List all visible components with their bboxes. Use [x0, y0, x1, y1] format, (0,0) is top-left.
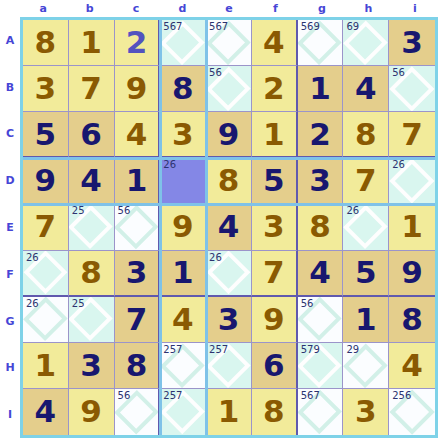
cell-E-a[interactable]: 7: [23, 204, 69, 250]
digit: 6: [69, 112, 114, 156]
digit: 7: [389, 112, 435, 156]
digit: 2: [252, 66, 296, 111]
cell-C-f[interactable]: 1: [252, 112, 298, 158]
cell-D-i[interactable]: 26: [389, 158, 435, 204]
cell-F-d[interactable]: 1: [160, 251, 206, 297]
cell-D-f[interactable]: 5: [252, 158, 298, 204]
cell-E-h[interactable]: 26: [343, 204, 389, 250]
cell-G-a[interactable]: 26: [23, 297, 69, 343]
digit: 4: [115, 112, 159, 156]
pencil-marks: 26: [346, 205, 359, 216]
digit: 4: [252, 20, 296, 65]
cell-G-g[interactable]: 56: [298, 297, 344, 343]
cell-E-e[interactable]: 4: [206, 204, 252, 250]
digit: 4: [160, 297, 205, 342]
digit: 3: [23, 66, 68, 111]
pencil-marks: 26: [392, 159, 405, 170]
digit: 2: [298, 112, 343, 156]
cell-H-d[interactable]: 257: [160, 343, 206, 389]
cell-H-c[interactable]: 8: [115, 343, 161, 389]
pencil-marks: 25: [72, 205, 85, 216]
pencil-marks: 56: [118, 390, 131, 401]
digit: 8: [206, 158, 251, 203]
digit: 9: [206, 112, 251, 156]
pencil-marks: 56: [118, 205, 131, 216]
digit: 5: [252, 158, 296, 203]
cell-B-a[interactable]: 3: [23, 66, 69, 112]
cell-F-i[interactable]: 9: [389, 251, 435, 297]
cell-D-g[interactable]: 3: [298, 158, 344, 204]
digit: 9: [69, 389, 114, 435]
cell-F-c[interactable]: 3: [115, 251, 161, 297]
digit: 8: [160, 66, 205, 111]
cell-E-f[interactable]: 3: [252, 204, 298, 250]
pencil-marks: 257: [209, 344, 228, 355]
digit: 5: [343, 251, 388, 295]
cell-B-h[interactable]: 4: [343, 66, 389, 112]
digit: 4: [389, 343, 435, 388]
cell-B-g[interactable]: 1: [298, 66, 344, 112]
row-label-C: C: [0, 111, 20, 158]
cell-D-d[interactable]: 26: [160, 158, 206, 204]
pencil-marks: 26: [26, 252, 39, 263]
row-label-E: E: [0, 204, 20, 251]
digit: 1: [69, 20, 114, 65]
cell-B-e[interactable]: 56: [206, 66, 252, 112]
cell-C-c[interactable]: 4: [115, 112, 161, 158]
cell-G-c[interactable]: 7: [115, 297, 161, 343]
cell-G-i[interactable]: 8: [389, 297, 435, 343]
cell-G-b[interactable]: 25: [69, 297, 115, 343]
cell-C-b[interactable]: 6: [69, 112, 115, 158]
sudoku-board: 8125675674569693379856214565643912879412…: [20, 17, 438, 438]
cell-C-i[interactable]: 7: [389, 112, 435, 158]
cell-A-a[interactable]: 8: [23, 20, 69, 66]
row-label-F: F: [0, 251, 20, 298]
digit: 1: [298, 66, 343, 111]
cell-F-e[interactable]: 26: [206, 251, 252, 297]
column-label-f: f: [252, 0, 298, 17]
digit: 5: [23, 112, 68, 156]
digit: 4: [69, 158, 114, 203]
cell-H-h[interactable]: 29: [343, 343, 389, 389]
column-label-d: d: [159, 0, 205, 17]
digit: 9: [160, 204, 205, 249]
cell-C-d[interactable]: 3: [160, 112, 206, 158]
digit: 7: [252, 251, 296, 295]
cell-C-g[interactable]: 2: [298, 112, 344, 158]
column-label-g: g: [299, 0, 345, 17]
digit: 3: [206, 297, 251, 342]
pencil-marks: 26: [209, 252, 222, 263]
pencil-marks: 569: [301, 21, 320, 32]
cell-B-f[interactable]: 2: [252, 66, 298, 112]
pencil-marks: 56: [301, 298, 314, 309]
cell-G-f[interactable]: 9: [252, 297, 298, 343]
cell-E-b[interactable]: 25: [69, 204, 115, 250]
cell-B-c[interactable]: 9: [115, 66, 161, 112]
pencil-marks: 26: [163, 159, 176, 170]
cell-I-i[interactable]: 256: [389, 389, 435, 435]
cell-G-e[interactable]: 3: [206, 297, 252, 343]
digit: 4: [298, 251, 343, 295]
cell-E-c[interactable]: 56: [115, 204, 161, 250]
row-label-I: I: [0, 391, 20, 438]
cell-H-b[interactable]: 3: [69, 343, 115, 389]
cell-A-d[interactable]: 567: [160, 20, 206, 66]
pencil-marks: 567: [163, 21, 182, 32]
digit: 7: [69, 66, 114, 111]
cell-A-e[interactable]: 567: [206, 20, 252, 66]
digit: 6: [252, 343, 296, 388]
digit: 7: [115, 297, 159, 342]
cell-H-a[interactable]: 1: [23, 343, 69, 389]
digit: 8: [252, 389, 296, 435]
cell-D-b[interactable]: 4: [69, 158, 115, 204]
digit: 3: [160, 112, 205, 156]
column-label-a: a: [20, 0, 66, 17]
pencil-marks: 257: [163, 390, 182, 401]
pencil-marks: 256: [392, 390, 411, 401]
cell-I-d[interactable]: 257: [160, 389, 206, 435]
cell-H-i[interactable]: 4: [389, 343, 435, 389]
cell-F-b[interactable]: 8: [69, 251, 115, 297]
digit: 8: [343, 112, 388, 156]
digit: 7: [343, 158, 388, 203]
digit: 7: [23, 204, 68, 249]
cell-D-h[interactable]: 7: [343, 158, 389, 204]
cell-B-i[interactable]: 56: [389, 66, 435, 112]
column-label-e: e: [206, 0, 252, 17]
pencil-marks: 56: [392, 67, 405, 78]
pencil-marks: 579: [301, 344, 320, 355]
cell-I-b[interactable]: 9: [69, 389, 115, 435]
pencil-marks: 26: [26, 298, 39, 309]
row-labels: ABCDEFGHI: [0, 17, 20, 438]
digit: 9: [23, 158, 68, 203]
cell-I-a[interactable]: 4: [23, 389, 69, 435]
column-label-h: h: [345, 0, 391, 17]
row-label-B: B: [0, 64, 20, 111]
cell-I-f[interactable]: 8: [252, 389, 298, 435]
digit: 1: [389, 204, 435, 249]
cell-I-g[interactable]: 567: [298, 389, 344, 435]
cell-I-h[interactable]: 3: [343, 389, 389, 435]
sudoku-app: abcdefghi ABCDEFGHI 81256756745696933798…: [0, 0, 438, 438]
cell-E-g[interactable]: 8: [298, 204, 344, 250]
digit: 8: [115, 343, 159, 388]
cell-E-i[interactable]: 1: [389, 204, 435, 250]
cell-B-d[interactable]: 8: [160, 66, 206, 112]
digit: 2: [115, 20, 159, 65]
digit: 9: [252, 297, 296, 342]
digit: 1: [252, 112, 296, 156]
cell-D-e[interactable]: 8: [206, 158, 252, 204]
cell-A-h[interactable]: 69: [343, 20, 389, 66]
digit: 1: [115, 158, 159, 203]
cell-C-a[interactable]: 5: [23, 112, 69, 158]
pencil-marks: 567: [301, 390, 320, 401]
cell-F-a[interactable]: 26: [23, 251, 69, 297]
cell-H-e[interactable]: 257: [206, 343, 252, 389]
digit: 3: [252, 204, 296, 249]
cell-B-b[interactable]: 7: [69, 66, 115, 112]
cell-C-e[interactable]: 9: [206, 112, 252, 158]
pencil-marks: 567: [209, 21, 228, 32]
cell-I-c[interactable]: 56: [115, 389, 161, 435]
column-labels: abcdefghi: [20, 0, 438, 17]
digit: 9: [115, 66, 159, 111]
digit: 4: [23, 389, 68, 435]
pencil-marks: 56: [209, 67, 222, 78]
cell-I-e[interactable]: 1: [206, 389, 252, 435]
cell-C-h[interactable]: 8: [343, 112, 389, 158]
digit: 3: [69, 343, 114, 388]
digit: 1: [160, 251, 205, 295]
cell-A-c[interactable]: 2: [115, 20, 161, 66]
pencil-marks: 29: [346, 344, 359, 355]
pencil-marks: 25: [72, 298, 85, 309]
cell-A-b[interactable]: 1: [69, 20, 115, 66]
digit: 4: [206, 204, 251, 249]
digit: 1: [23, 343, 68, 388]
cell-G-d[interactable]: 4: [160, 297, 206, 343]
cell-F-h[interactable]: 5: [343, 251, 389, 297]
pencil-marks: 257: [163, 344, 182, 355]
digit: 8: [23, 20, 68, 65]
column-label-i: i: [392, 0, 438, 17]
cell-F-g[interactable]: 4: [298, 251, 344, 297]
column-label-b: b: [66, 0, 112, 17]
cell-F-f[interactable]: 7: [252, 251, 298, 297]
digit: 9: [389, 251, 435, 295]
cell-A-f[interactable]: 4: [252, 20, 298, 66]
digit: 4: [343, 66, 388, 111]
row-label-A: A: [0, 17, 20, 64]
cell-H-g[interactable]: 579: [298, 343, 344, 389]
column-label-c: c: [113, 0, 159, 17]
cell-A-g[interactable]: 569: [298, 20, 344, 66]
row-label-G: G: [0, 298, 20, 345]
cell-D-a[interactable]: 9: [23, 158, 69, 204]
digit: 8: [69, 251, 114, 295]
cell-E-d[interactable]: 9: [160, 204, 206, 250]
pencil-marks: 69: [346, 21, 359, 32]
cell-D-c[interactable]: 1: [115, 158, 161, 204]
digit: 1: [343, 297, 388, 342]
digit: 3: [343, 389, 388, 435]
digit: 8: [389, 297, 435, 342]
digit: 1: [206, 389, 251, 435]
digit: 8: [298, 204, 343, 249]
cell-A-i[interactable]: 3: [389, 20, 435, 66]
digit: 3: [389, 20, 435, 65]
cell-H-f[interactable]: 6: [252, 343, 298, 389]
digit: 3: [115, 251, 159, 295]
cell-G-h[interactable]: 1: [343, 297, 389, 343]
digit: 3: [298, 158, 343, 203]
row-label-D: D: [0, 157, 20, 204]
row-label-H: H: [0, 344, 20, 391]
